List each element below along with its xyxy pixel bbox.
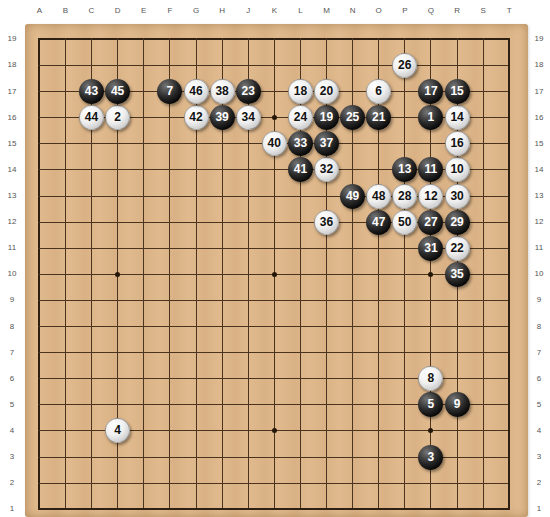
stone-49-n13: 49 [340,184,365,209]
stone-36-m12: 36 [314,210,339,235]
row-label-left-16: 16 [3,113,21,123]
stone-48-o13: 48 [366,184,391,209]
row-label-right-1: 1 [530,504,548,514]
stone-34-j16: 34 [236,105,261,130]
stone-29-r12: 29 [445,210,470,235]
row-label-left-14: 14 [3,165,21,175]
row-label-left-17: 17 [3,87,21,97]
row-label-right-14: 14 [530,165,548,175]
row-label-left-10: 10 [3,269,21,279]
column-label-b: B [57,6,73,16]
grid-horizontal-line [38,300,510,301]
grid-vertical-line [404,38,405,510]
row-label-right-12: 12 [530,217,548,227]
row-label-left-4: 4 [3,426,21,436]
stone-3-q3: 3 [418,445,443,470]
row-label-left-11: 11 [3,243,21,253]
column-label-e: E [136,6,152,16]
stone-22-r11: 22 [445,236,470,261]
column-label-p: P [397,6,413,16]
row-label-right-10: 10 [530,269,548,279]
column-label-g: G [188,6,204,16]
column-label-n: N [345,6,361,16]
column-label-q: Q [423,6,439,16]
stone-44-c16: 44 [79,105,104,130]
row-label-left-9: 9 [3,295,21,305]
row-label-left-12: 12 [3,217,21,227]
column-label-h: H [214,6,230,16]
stone-18-l17: 18 [288,79,313,104]
stone-47-o12: 47 [366,210,391,235]
column-label-t: T [501,6,517,16]
grid-vertical-line [508,38,510,510]
row-label-right-4: 4 [530,426,548,436]
column-label-c: C [84,6,100,16]
stone-23-j17: 23 [236,79,261,104]
stone-33-l15: 33 [288,131,313,156]
row-label-right-9: 9 [530,295,548,305]
grid-vertical-line [483,38,484,510]
column-label-d: D [110,6,126,16]
column-label-k: K [266,6,282,16]
row-label-left-2: 2 [3,478,21,488]
row-label-right-15: 15 [530,139,548,149]
row-label-right-2: 2 [530,478,548,488]
row-label-left-13: 13 [3,191,21,201]
row-label-left-8: 8 [3,322,21,332]
row-label-left-15: 15 [3,139,21,149]
star-point-d10 [115,272,120,277]
row-label-right-7: 7 [530,348,548,358]
row-label-right-13: 13 [530,191,548,201]
row-label-left-6: 6 [3,374,21,384]
row-label-right-8: 8 [530,322,548,332]
stone-19-m16: 19 [314,105,339,130]
stone-28-p13: 28 [392,184,417,209]
row-label-right-5: 5 [530,400,548,410]
star-point-k10 [272,272,277,277]
row-label-left-18: 18 [3,60,21,70]
stone-16-r15: 16 [445,131,470,156]
stone-43-c17: 43 [79,79,104,104]
column-label-r: R [449,6,465,16]
row-label-right-11: 11 [530,243,548,253]
stone-9-r5: 9 [445,392,470,417]
column-label-l: L [292,6,308,16]
stone-38-h17: 38 [210,79,235,104]
row-label-left-1: 1 [3,504,21,514]
stone-30-r13: 30 [445,184,470,209]
stone-15-r17: 15 [445,79,470,104]
column-label-j: J [240,6,256,16]
column-label-s: S [475,6,491,16]
row-label-left-3: 3 [3,452,21,462]
stone-27-q12: 27 [418,210,443,235]
row-label-left-7: 7 [3,348,21,358]
stone-10-r14: 10 [445,157,470,182]
row-label-left-5: 5 [3,400,21,410]
row-label-right-16: 16 [530,113,548,123]
stone-12-q13: 12 [418,184,443,209]
row-label-right-18: 18 [530,60,548,70]
row-label-right-19: 19 [530,34,548,44]
stone-24-l16: 24 [288,105,313,130]
column-label-m: M [319,6,335,16]
stone-40-k15: 40 [262,131,287,156]
stone-46-g17: 46 [184,79,209,104]
stone-50-p12: 50 [392,210,417,235]
star-point-k16 [272,115,277,120]
row-label-right-17: 17 [530,87,548,97]
row-label-left-19: 19 [3,34,21,44]
column-label-o: O [371,6,387,16]
stone-35-r10: 35 [445,262,470,287]
stone-45-d17: 45 [105,79,130,104]
stone-39-h16: 39 [210,105,235,130]
row-label-right-6: 6 [530,374,548,384]
grid-horizontal-line [38,508,510,510]
column-label-a: A [31,6,47,16]
grid-horizontal-line [38,352,510,353]
stone-31-q11: 31 [418,236,443,261]
stone-42-g16: 42 [184,105,209,130]
grid-horizontal-line [38,483,510,484]
stone-14-r16: 14 [445,105,470,130]
go-diagram-screen: ABCDEFGHJKLMNOPQRST191918181717161615151… [0,0,550,517]
row-label-right-3: 3 [530,452,548,462]
stone-20-m17: 20 [314,79,339,104]
grid-horizontal-line [38,326,510,327]
column-label-f: F [162,6,178,16]
